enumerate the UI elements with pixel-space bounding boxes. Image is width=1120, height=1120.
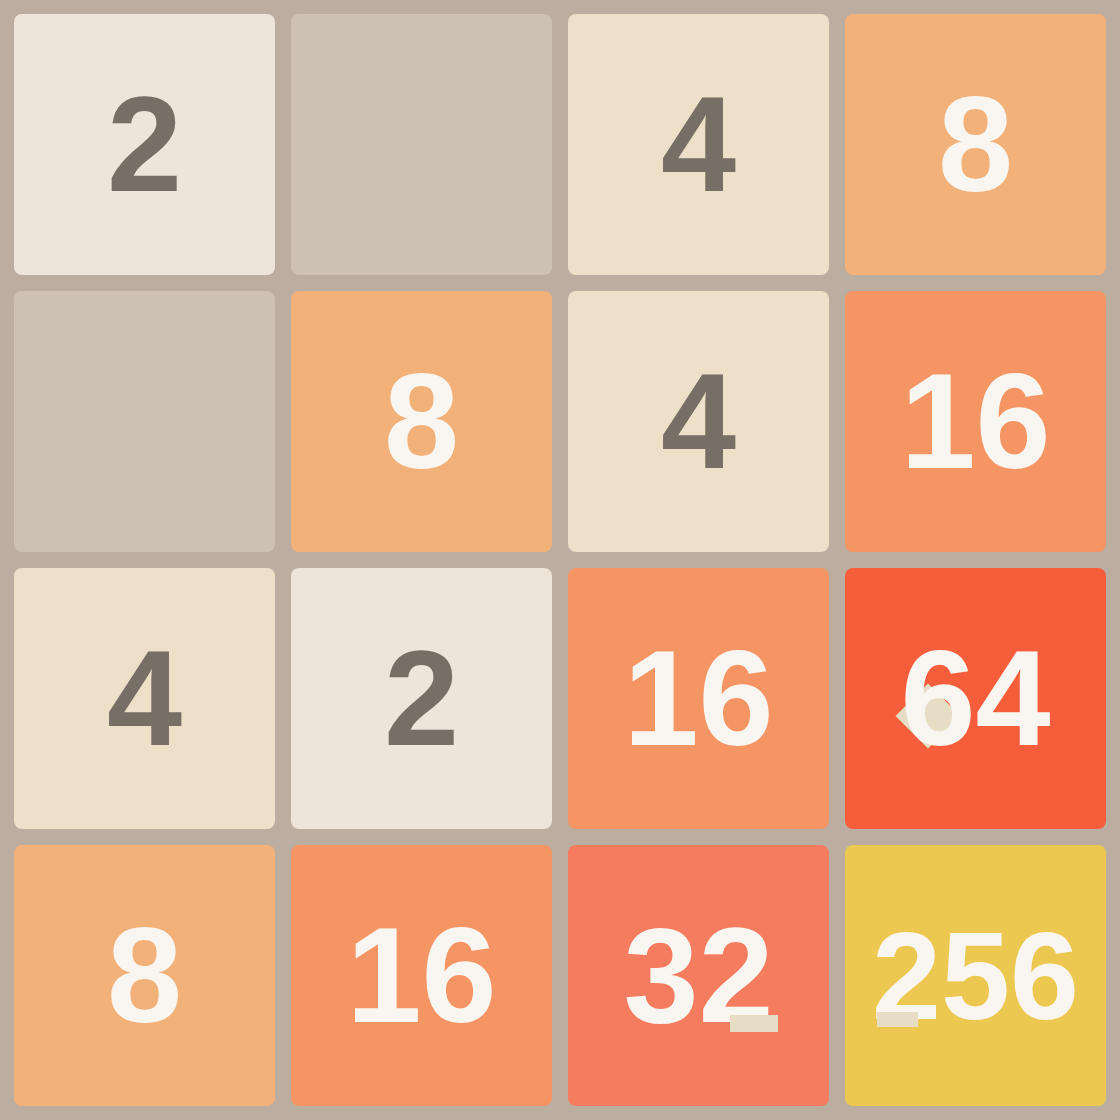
- tile-64: 64: [845, 568, 1106, 829]
- tile-16: 16: [845, 291, 1106, 552]
- tile-8: 8: [291, 291, 552, 552]
- tile-value: 4: [107, 631, 182, 766]
- tile-8: 8: [845, 14, 1106, 275]
- tile-value: 4: [661, 354, 736, 489]
- tile-value: 64: [900, 631, 1050, 766]
- tile-value: 16: [900, 354, 1050, 489]
- tile-8: 8: [14, 845, 275, 1106]
- tile-value: 16: [346, 908, 496, 1043]
- 2048-board[interactable]: 248841642166481632256: [0, 0, 1120, 1120]
- tile-256: 256: [845, 845, 1106, 1106]
- tile-value: 16: [623, 631, 773, 766]
- tile-value: 4: [661, 77, 736, 212]
- tile-value: 8: [384, 354, 459, 489]
- tile-4: 4: [14, 568, 275, 829]
- tile-4: 4: [568, 14, 829, 275]
- bar-artifact-256: [877, 1012, 918, 1027]
- tile-value: 8: [107, 908, 182, 1043]
- empty-cell: [291, 14, 552, 275]
- tile-32: 32: [568, 845, 829, 1106]
- tile-value: 2: [384, 631, 459, 766]
- tile-value: 8: [938, 77, 1013, 212]
- tile-16: 16: [291, 845, 552, 1106]
- empty-cell: [14, 291, 275, 552]
- tile-2: 2: [14, 14, 275, 275]
- tile-4: 4: [568, 291, 829, 552]
- tile-value: 2: [107, 77, 182, 212]
- tile-16: 16: [568, 568, 829, 829]
- bar-artifact-32: [730, 1015, 778, 1032]
- tile-2: 2: [291, 568, 552, 829]
